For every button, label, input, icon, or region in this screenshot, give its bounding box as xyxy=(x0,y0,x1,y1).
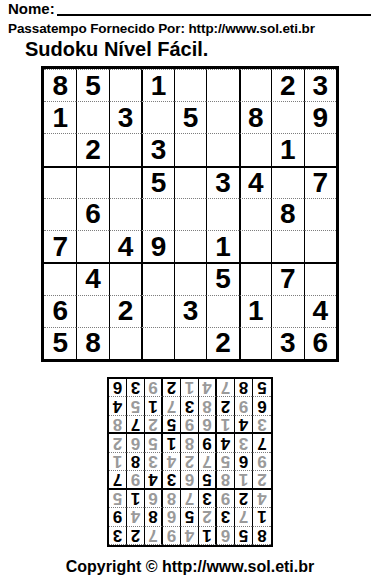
cell-r9c7[interactable] xyxy=(239,327,271,359)
cell-r4c2[interactable] xyxy=(76,166,108,198)
solution-cell-r5c1: 9 xyxy=(253,453,271,471)
cell-r5c7[interactable] xyxy=(239,198,271,230)
solution-cell-r8c5: 3 xyxy=(181,397,199,415)
cell-r6c4: 9 xyxy=(141,230,173,262)
solution-cell-r6c2: 3 xyxy=(235,434,253,452)
solution-cell-r1c7: 7 xyxy=(145,527,163,545)
cell-r6c6: 1 xyxy=(206,230,238,262)
cell-r3c1[interactable] xyxy=(44,133,76,165)
cell-r2c1: 1 xyxy=(44,101,76,133)
solution-cell-r7c2: 4 xyxy=(235,416,253,434)
cell-r6c3: 4 xyxy=(109,230,141,262)
cell-r7c5[interactable] xyxy=(174,262,206,294)
cell-r8c8[interactable] xyxy=(271,295,303,327)
cell-r5c9[interactable] xyxy=(304,198,336,230)
cell-r3c4: 3 xyxy=(141,133,173,165)
solution-cell-r1c5: 4 xyxy=(181,527,199,545)
solution-cell-r9c1: 5 xyxy=(253,379,271,397)
cell-r8c7: 1 xyxy=(239,295,271,327)
solution-cell-r1c3: 6 xyxy=(217,527,235,545)
cell-r2c9: 9 xyxy=(304,101,336,133)
solution-cell-r1c9: 3 xyxy=(109,527,127,545)
cell-r1c2: 5 xyxy=(76,69,108,101)
solution-cell-r4c9: 7 xyxy=(109,471,127,489)
solution-cell-r3c4: 3 xyxy=(199,490,217,508)
solution-cell-r2c1: 1 xyxy=(253,508,271,526)
cell-r3c3[interactable] xyxy=(109,133,141,165)
cell-r4c7: 4 xyxy=(239,166,271,198)
name-label: Nome: xyxy=(8,1,55,17)
solution-cell-r5c2: 6 xyxy=(235,453,253,471)
cell-r8c3: 2 xyxy=(109,295,141,327)
cell-r1c9: 3 xyxy=(304,69,336,101)
solution-cell-r7c8: 7 xyxy=(127,416,145,434)
solution-cell-r5c3: 5 xyxy=(217,453,235,471)
cell-r5c6[interactable] xyxy=(206,198,238,230)
solution-cell-r6c3: 4 xyxy=(217,434,235,452)
page-header: Nome: Passatempo Fornecido Por: http://w… xyxy=(8,1,371,61)
name-underline xyxy=(57,14,371,16)
solution-cell-r4c7: 4 xyxy=(145,471,163,489)
cell-r9c6: 2 xyxy=(206,327,238,359)
cell-r7c6: 5 xyxy=(206,262,238,294)
cell-r4c9: 7 xyxy=(304,166,336,198)
cell-r1c5[interactable] xyxy=(174,69,206,101)
solution-cell-r8c7: 1 xyxy=(145,397,163,415)
solution-cell-r8c9: 4 xyxy=(109,397,127,415)
cell-r7c4[interactable] xyxy=(141,262,173,294)
cell-r1c3[interactable] xyxy=(109,69,141,101)
solution-cell-r4c6: 3 xyxy=(163,471,181,489)
cell-r9c4[interactable] xyxy=(141,327,173,359)
cell-r5c2: 6 xyxy=(76,198,108,230)
solution-cell-r4c4: 5 xyxy=(199,471,217,489)
solution-cell-r3c2: 2 xyxy=(235,490,253,508)
solution-cell-r3c8: 1 xyxy=(127,490,145,508)
solution-cell-r9c5: 1 xyxy=(181,379,199,397)
solution-cell-r7c3: 1 xyxy=(217,416,235,434)
solution-cell-r6c7: 5 xyxy=(145,434,163,452)
solution-cell-r8c6: 7 xyxy=(163,397,181,415)
solution-cell-r4c3: 8 xyxy=(217,471,235,489)
solution-cell-r6c5: 8 xyxy=(181,434,199,452)
solution-cell-r9c9: 6 xyxy=(109,379,127,397)
cell-r9c1: 5 xyxy=(44,327,76,359)
solution-cell-r2c4: 2 xyxy=(199,508,217,526)
solution-cell-r2c9: 9 xyxy=(109,508,127,526)
solution-cell-r2c2: 7 xyxy=(235,508,253,526)
cell-r6c5[interactable] xyxy=(174,230,206,262)
name-row: Nome: xyxy=(8,1,371,17)
cell-r3c9[interactable] xyxy=(304,133,336,165)
solution-cell-r3c3: 9 xyxy=(217,490,235,508)
solution-cell-r5c6: 4 xyxy=(163,453,181,471)
cell-r4c4: 5 xyxy=(141,166,173,198)
solution-cell-r7c9: 8 xyxy=(109,416,127,434)
cell-r9c9: 6 xyxy=(304,327,336,359)
cell-r3c2: 2 xyxy=(76,133,108,165)
solution-cell-r7c1: 3 xyxy=(253,416,271,434)
solution-cell-r6c8: 6 xyxy=(127,434,145,452)
solution-cell-r3c5: 7 xyxy=(181,490,199,508)
solution-cell-r1c2: 5 xyxy=(235,527,253,545)
solution-cell-r9c8: 3 xyxy=(127,379,145,397)
solution-cell-r8c1: 6 xyxy=(253,397,271,415)
cell-r3c6[interactable] xyxy=(206,133,238,165)
cell-r2c7: 8 xyxy=(239,101,271,133)
solution-cell-r7c7: 2 xyxy=(145,416,163,434)
cell-r5c4[interactable] xyxy=(141,198,173,230)
cell-r6c2[interactable] xyxy=(76,230,108,262)
solution-cell-r4c1: 2 xyxy=(253,471,271,489)
cell-r3c7[interactable] xyxy=(239,133,271,165)
solution-cell-r6c4: 9 xyxy=(199,434,217,452)
cell-r5c1[interactable] xyxy=(44,198,76,230)
solution-cell-r8c8: 5 xyxy=(127,397,145,415)
solution-cell-r4c5: 6 xyxy=(181,471,199,489)
solution-cell-r6c9: 2 xyxy=(109,434,127,452)
solution-cell-r5c9: 1 xyxy=(109,453,127,471)
solution-cell-r3c7: 6 xyxy=(145,490,163,508)
solution-cell-r1c4: 1 xyxy=(199,527,217,545)
cell-r8c5: 3 xyxy=(174,295,206,327)
solution-cell-r3c9: 5 xyxy=(109,490,127,508)
solution-cell-r7c4: 6 xyxy=(199,416,217,434)
cell-r7c2: 4 xyxy=(76,262,108,294)
cell-r8c9: 4 xyxy=(304,295,336,327)
cell-r4c6: 3 xyxy=(206,166,238,198)
solution-cell-r5c5: 2 xyxy=(181,453,199,471)
solution-cell-r5c8: 8 xyxy=(127,453,145,471)
solution-cell-r1c1: 8 xyxy=(253,527,271,545)
cell-r1c6[interactable] xyxy=(206,69,238,101)
cell-r5c8: 8 xyxy=(271,198,303,230)
cell-r8c6[interactable] xyxy=(206,295,238,327)
solution-cell-r1c6: 9 xyxy=(163,527,181,545)
solution-cell-r6c6: 1 xyxy=(163,434,181,452)
cell-r9c2: 8 xyxy=(76,327,108,359)
cell-r1c8: 2 xyxy=(271,69,303,101)
solution-cell-r5c4: 7 xyxy=(199,453,217,471)
cell-r6c1: 7 xyxy=(44,230,76,262)
cell-r3c5[interactable] xyxy=(174,133,206,165)
cell-r9c5[interactable] xyxy=(174,327,206,359)
solution-cell-r9c7: 9 xyxy=(145,379,163,397)
solution-cell-r2c6: 6 xyxy=(163,508,181,526)
cell-r8c1: 6 xyxy=(44,295,76,327)
copyright-text: Copyright © http://www.sol.eti.br xyxy=(0,558,380,576)
solution-cell-r9c6: 2 xyxy=(163,379,181,397)
cell-r1c1: 8 xyxy=(44,69,76,101)
cell-r7c9[interactable] xyxy=(304,262,336,294)
cell-r8c2[interactable] xyxy=(76,295,108,327)
cell-r9c3[interactable] xyxy=(109,327,141,359)
cell-r2c5: 5 xyxy=(174,101,206,133)
page-root: Nome: Passatempo Fornecido Por: http://w… xyxy=(0,0,380,585)
cell-r6c7[interactable] xyxy=(239,230,271,262)
solution-cell-r3c1: 4 xyxy=(253,490,271,508)
cell-r4c8[interactable] xyxy=(271,166,303,198)
cell-r2c2[interactable] xyxy=(76,101,108,133)
cell-r4c5[interactable] xyxy=(174,166,206,198)
solution-cell-r8c4: 8 xyxy=(199,397,217,415)
solution-cell-r2c7: 8 xyxy=(145,508,163,526)
solution-cell-r9c4: 4 xyxy=(199,379,217,397)
provider-text: Passatempo Fornecido Por: http://www.sol… xyxy=(8,21,371,36)
solution-cell-r2c8: 4 xyxy=(127,508,145,526)
page-title: Sudoku Nível Fácil. xyxy=(25,38,371,61)
cell-r5c5[interactable] xyxy=(174,198,206,230)
cell-r7c8: 7 xyxy=(271,262,303,294)
solution-cell-r2c5: 5 xyxy=(181,508,199,526)
solution-cell-r9c3: 7 xyxy=(217,379,235,397)
cell-r5c3[interactable] xyxy=(109,198,141,230)
solution-grid-rotated-180: 8561497231732568494293786152185634979657… xyxy=(107,377,273,547)
solution-cell-r9c2: 8 xyxy=(235,379,253,397)
solution-cell-r1c8: 2 xyxy=(127,527,145,545)
cell-r9c8: 3 xyxy=(271,327,303,359)
cell-r4c3[interactable] xyxy=(109,166,141,198)
solution-cell-r4c8: 9 xyxy=(127,471,145,489)
solution-cell-r8c2: 9 xyxy=(235,397,253,415)
solution-cell-r4c2: 1 xyxy=(235,471,253,489)
cell-r1c4: 1 xyxy=(141,69,173,101)
cell-r2c4[interactable] xyxy=(141,101,173,133)
cell-r6c8[interactable] xyxy=(271,230,303,262)
sudoku-grid: 851231358923153476874914576231458236 xyxy=(41,66,339,362)
cell-r2c8[interactable] xyxy=(271,101,303,133)
solution-cell-r8c3: 2 xyxy=(217,397,235,415)
solution-cell-r2c3: 3 xyxy=(217,508,235,526)
cell-r4c1[interactable] xyxy=(44,166,76,198)
cell-r7c7[interactable] xyxy=(239,262,271,294)
cell-r3c8: 1 xyxy=(271,133,303,165)
cell-r1c7[interactable] xyxy=(239,69,271,101)
solution-cell-r3c6: 8 xyxy=(163,490,181,508)
solution-cell-r5c7: 3 xyxy=(145,453,163,471)
solution-cell-r7c6: 5 xyxy=(163,416,181,434)
solution-cell-r6c1: 7 xyxy=(253,434,271,452)
solution-cell-r7c5: 9 xyxy=(181,416,199,434)
cell-r7c3[interactable] xyxy=(109,262,141,294)
cell-r6c9[interactable] xyxy=(304,230,336,262)
cell-r8c4[interactable] xyxy=(141,295,173,327)
cell-r2c6[interactable] xyxy=(206,101,238,133)
cell-r7c1[interactable] xyxy=(44,262,76,294)
cell-r2c3: 3 xyxy=(109,101,141,133)
